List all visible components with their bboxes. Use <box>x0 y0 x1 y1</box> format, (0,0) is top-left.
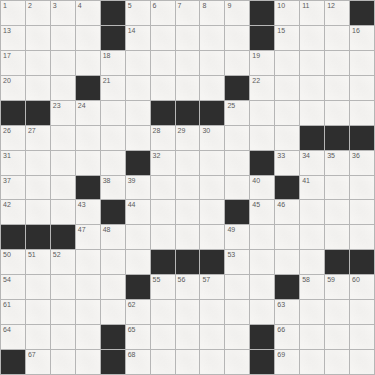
cell-r6c3[interactable] <box>76 151 100 175</box>
cell-r9c13[interactable] <box>325 225 349 249</box>
cell-r11c3[interactable] <box>76 275 100 299</box>
black-square-r9c1 <box>26 225 50 249</box>
black-square-r7c11 <box>275 176 299 200</box>
cell-r13c13[interactable] <box>325 325 349 349</box>
cell-r14c12[interactable] <box>300 350 324 374</box>
black-square-r5c12 <box>300 126 324 150</box>
cell-r2c6[interactable] <box>151 51 175 75</box>
cell-r11c0[interactable]: 54 <box>1 275 25 299</box>
cell-r8c10[interactable]: 45 <box>250 200 274 224</box>
clue-number: 58 <box>302 276 310 284</box>
cell-r3c6[interactable] <box>151 76 175 100</box>
clue-number: 69 <box>277 351 285 359</box>
cell-r7c0[interactable]: 37 <box>1 176 25 200</box>
cell-r12c9[interactable] <box>225 300 249 324</box>
cell-r11c12[interactable]: 58 <box>300 275 324 299</box>
cell-r13c6[interactable] <box>151 325 175 349</box>
cell-r13c8[interactable] <box>200 325 224 349</box>
cell-r1c1[interactable] <box>26 26 50 50</box>
cell-r4c5[interactable] <box>126 101 150 125</box>
clue-number: 32 <box>153 152 161 160</box>
cell-r0c7[interactable]: 7 <box>176 1 200 25</box>
black-square-r14c10 <box>250 350 274 374</box>
cell-r6c8[interactable] <box>200 151 224 175</box>
cell-r13c2[interactable] <box>51 325 75 349</box>
clue-number: 67 <box>28 351 36 359</box>
clue-number: 35 <box>327 152 335 160</box>
cell-r7c4[interactable]: 38 <box>101 176 125 200</box>
cell-r12c7[interactable] <box>176 300 200 324</box>
cell-r6c1[interactable] <box>26 151 50 175</box>
black-square-r10c14 <box>350 250 374 274</box>
cell-r9c11[interactable] <box>275 225 299 249</box>
cell-r0c12[interactable]: 11 <box>300 1 324 25</box>
clue-number: 61 <box>3 301 11 309</box>
black-square-r7c3 <box>76 176 100 200</box>
clue-number: 26 <box>3 127 11 135</box>
cell-r1c13[interactable] <box>325 26 349 50</box>
black-square-r8c4 <box>101 200 125 224</box>
clue-number: 65 <box>128 326 136 334</box>
black-square-r0c10 <box>250 1 274 25</box>
black-square-r11c5 <box>126 275 150 299</box>
cell-r4c2[interactable]: 23 <box>51 101 75 125</box>
clue-number: 53 <box>227 251 235 259</box>
clue-number: 1 <box>3 2 7 10</box>
clue-number: 33 <box>277 152 285 160</box>
cell-r2c7[interactable] <box>176 51 200 75</box>
cell-r9c9[interactable]: 49 <box>225 225 249 249</box>
clue-number: 62 <box>128 301 136 309</box>
cell-r10c12[interactable] <box>300 250 324 274</box>
clue-number: 37 <box>3 177 11 185</box>
cell-r12c0[interactable]: 61 <box>1 300 25 324</box>
clue-number: 60 <box>352 276 360 284</box>
cell-r3c13[interactable] <box>325 76 349 100</box>
cell-r3c12[interactable] <box>300 76 324 100</box>
black-square-r6c10 <box>250 151 274 175</box>
cell-r4c12[interactable] <box>300 101 324 125</box>
clue-number: 47 <box>78 226 86 234</box>
cell-r12c13[interactable] <box>325 300 349 324</box>
black-square-r1c10 <box>250 26 274 50</box>
cell-r4c10[interactable] <box>250 101 274 125</box>
black-square-r10c8 <box>200 250 224 274</box>
clue-number: 42 <box>3 201 11 209</box>
clue-number: 63 <box>277 301 285 309</box>
black-square-r3c9 <box>225 76 249 100</box>
cell-r2c14[interactable] <box>350 51 374 75</box>
clue-number: 39 <box>128 177 136 185</box>
cell-r11c10[interactable] <box>250 275 274 299</box>
clue-number: 24 <box>78 102 86 110</box>
cell-r4c11[interactable] <box>275 101 299 125</box>
black-square-r14c4 <box>101 350 125 374</box>
cell-r3c8[interactable] <box>200 76 224 100</box>
clue-number: 4 <box>78 2 82 10</box>
cell-r8c2[interactable] <box>51 200 75 224</box>
cell-r1c8[interactable] <box>200 26 224 50</box>
black-square-r0c14 <box>350 1 374 25</box>
cell-r14c14[interactable] <box>350 350 374 374</box>
cell-r3c10[interactable]: 22 <box>250 76 274 100</box>
cell-r6c6[interactable]: 32 <box>151 151 175 175</box>
cell-r6c4[interactable] <box>101 151 125 175</box>
black-square-r8c9 <box>225 200 249 224</box>
clue-number: 18 <box>103 52 111 60</box>
cell-r11c8[interactable]: 57 <box>200 275 224 299</box>
cell-r12c10[interactable] <box>250 300 274 324</box>
clue-number: 6 <box>153 2 157 10</box>
clue-number: 49 <box>227 226 235 234</box>
cell-r11c9[interactable] <box>225 275 249 299</box>
cell-r6c14[interactable]: 36 <box>350 151 374 175</box>
cell-r10c3[interactable] <box>76 250 100 274</box>
cell-r12c4[interactable] <box>101 300 125 324</box>
cell-r10c5[interactable] <box>126 250 150 274</box>
cell-r9c5[interactable] <box>126 225 150 249</box>
cell-r5c4[interactable] <box>101 126 125 150</box>
cell-r10c4[interactable] <box>101 250 125 274</box>
black-square-r13c10 <box>250 325 274 349</box>
cell-r13c5[interactable]: 65 <box>126 325 150 349</box>
cell-r0c6[interactable]: 6 <box>151 1 175 25</box>
cell-r8c5[interactable]: 44 <box>126 200 150 224</box>
cell-r2c10[interactable]: 19 <box>250 51 274 75</box>
cell-r9c6[interactable] <box>151 225 175 249</box>
cell-r9c8[interactable] <box>200 225 224 249</box>
cell-r14c6[interactable] <box>151 350 175 374</box>
cell-r4c13[interactable] <box>325 101 349 125</box>
clue-number: 55 <box>153 276 161 284</box>
cell-r14c2[interactable] <box>51 350 75 374</box>
cell-r10c10[interactable] <box>250 250 274 274</box>
clue-number: 52 <box>53 251 61 259</box>
black-square-r6c5 <box>126 151 150 175</box>
cell-r5c0[interactable]: 26 <box>1 126 25 150</box>
black-square-r10c7 <box>176 250 200 274</box>
cell-r14c11[interactable]: 69 <box>275 350 299 374</box>
cell-r13c12[interactable] <box>300 325 324 349</box>
clue-number: 28 <box>153 127 161 135</box>
cell-r12c3[interactable] <box>76 300 100 324</box>
cell-r0c0[interactable]: 1 <box>1 1 25 25</box>
cell-r2c3[interactable] <box>76 51 100 75</box>
clue-number: 45 <box>252 201 260 209</box>
cell-r6c13[interactable]: 35 <box>325 151 349 175</box>
cell-r4c9[interactable]: 25 <box>225 101 249 125</box>
cell-r1c5[interactable]: 14 <box>126 26 150 50</box>
clue-number: 5 <box>128 2 132 10</box>
cell-r8c13[interactable] <box>325 200 349 224</box>
cell-r9c3[interactable]: 47 <box>76 225 100 249</box>
cell-r10c11[interactable] <box>275 250 299 274</box>
black-square-r4c8 <box>200 101 224 125</box>
cell-r10c2[interactable]: 52 <box>51 250 75 274</box>
cell-r5c9[interactable] <box>225 126 249 150</box>
cell-r13c0[interactable]: 64 <box>1 325 25 349</box>
cell-r7c12[interactable]: 41 <box>300 176 324 200</box>
cell-r0c13[interactable]: 12 <box>325 1 349 25</box>
clue-number: 64 <box>3 326 11 334</box>
cell-r14c7[interactable] <box>176 350 200 374</box>
cell-r7c1[interactable] <box>26 176 50 200</box>
cell-r2c1[interactable] <box>26 51 50 75</box>
cell-r1c3[interactable] <box>76 26 100 50</box>
cell-r7c8[interactable] <box>200 176 224 200</box>
cell-r8c7[interactable] <box>176 200 200 224</box>
cell-r2c2[interactable] <box>51 51 75 75</box>
cell-r1c11[interactable]: 15 <box>275 26 299 50</box>
cell-r9c7[interactable] <box>176 225 200 249</box>
cell-r1c2[interactable] <box>51 26 75 50</box>
cell-r3c2[interactable] <box>51 76 75 100</box>
clue-number: 16 <box>352 27 360 35</box>
cell-r4c3[interactable]: 24 <box>76 101 100 125</box>
cell-r5c11[interactable] <box>275 126 299 150</box>
cell-r0c11[interactable]: 10 <box>275 1 299 25</box>
cell-r7c14[interactable] <box>350 176 374 200</box>
cell-r12c6[interactable] <box>151 300 175 324</box>
cell-r5c6[interactable]: 28 <box>151 126 175 150</box>
clue-number: 20 <box>3 77 11 85</box>
clue-number: 59 <box>327 276 335 284</box>
cell-r14c3[interactable] <box>76 350 100 374</box>
cell-r5c10[interactable] <box>250 126 274 150</box>
cell-r9c4[interactable]: 48 <box>101 225 125 249</box>
black-square-r5c13 <box>325 126 349 150</box>
clue-number: 56 <box>178 276 186 284</box>
clue-number: 27 <box>28 127 36 135</box>
cell-r5c2[interactable] <box>51 126 75 150</box>
cell-r4c14[interactable] <box>350 101 374 125</box>
black-square-r10c13 <box>325 250 349 274</box>
cell-r9c10[interactable] <box>250 225 274 249</box>
cell-r3c4[interactable]: 21 <box>101 76 125 100</box>
cell-r13c11[interactable]: 66 <box>275 325 299 349</box>
cell-r6c9[interactable] <box>225 151 249 175</box>
clue-number: 38 <box>103 177 111 185</box>
clue-number: 46 <box>277 201 285 209</box>
black-square-r10c6 <box>151 250 175 274</box>
cell-r12c2[interactable] <box>51 300 75 324</box>
cell-r0c5[interactable]: 5 <box>126 1 150 25</box>
cell-r2c0[interactable]: 17 <box>1 51 25 75</box>
clue-number: 31 <box>3 152 11 160</box>
cell-r10c0[interactable]: 50 <box>1 250 25 274</box>
cell-r1c12[interactable] <box>300 26 324 50</box>
black-square-r13c4 <box>101 325 125 349</box>
cell-r7c2[interactable] <box>51 176 75 200</box>
clue-number: 22 <box>252 77 260 85</box>
cell-r0c2[interactable]: 3 <box>51 1 75 25</box>
cell-r1c6[interactable] <box>151 26 175 50</box>
cell-r7c9[interactable] <box>225 176 249 200</box>
cell-r6c2[interactable] <box>51 151 75 175</box>
cell-r0c9[interactable]: 9 <box>225 1 249 25</box>
cell-r14c13[interactable] <box>325 350 349 374</box>
cell-r8c3[interactable]: 43 <box>76 200 100 224</box>
cell-r2c9[interactable] <box>225 51 249 75</box>
black-square-r5c14 <box>350 126 374 150</box>
cell-r13c14[interactable] <box>350 325 374 349</box>
cell-r7c13[interactable] <box>325 176 349 200</box>
clue-number: 8 <box>202 2 206 10</box>
cell-r14c1[interactable]: 67 <box>26 350 50 374</box>
black-square-r9c0 <box>1 225 25 249</box>
clue-number: 30 <box>202 127 210 135</box>
cell-r2c8[interactable] <box>200 51 224 75</box>
cell-r7c5[interactable]: 39 <box>126 176 150 200</box>
cell-r1c14[interactable]: 16 <box>350 26 374 50</box>
cell-r9c12[interactable] <box>300 225 324 249</box>
cell-r12c1[interactable] <box>26 300 50 324</box>
clue-number: 17 <box>3 52 11 60</box>
crossword-board: 1234567891011121314151617181920212223242… <box>0 0 375 375</box>
clue-number: 14 <box>128 27 136 35</box>
cell-r0c8[interactable]: 8 <box>200 1 224 25</box>
clue-number: 23 <box>53 102 61 110</box>
cell-r5c7[interactable]: 29 <box>176 126 200 150</box>
clue-number: 66 <box>277 326 285 334</box>
clue-number: 12 <box>327 2 335 10</box>
cell-r4c4[interactable] <box>101 101 125 125</box>
cell-r8c14[interactable] <box>350 200 374 224</box>
cell-r11c4[interactable] <box>101 275 125 299</box>
cell-r6c11[interactable]: 33 <box>275 151 299 175</box>
cell-r3c5[interactable] <box>126 76 150 100</box>
cell-r11c6[interactable]: 55 <box>151 275 175 299</box>
cell-r3c0[interactable]: 20 <box>1 76 25 100</box>
black-square-r0c4 <box>101 1 125 25</box>
cell-r6c0[interactable]: 31 <box>1 151 25 175</box>
cell-r7c10[interactable]: 40 <box>250 176 274 200</box>
clue-number: 2 <box>28 2 32 10</box>
cell-r11c2[interactable] <box>51 275 75 299</box>
black-square-r4c0 <box>1 101 25 125</box>
cell-r11c14[interactable]: 60 <box>350 275 374 299</box>
cell-r12c14[interactable] <box>350 300 374 324</box>
black-square-r4c7 <box>176 101 200 125</box>
cell-r11c7[interactable]: 56 <box>176 275 200 299</box>
clue-number: 7 <box>178 2 182 10</box>
cell-r3c7[interactable] <box>176 76 200 100</box>
cell-r6c7[interactable] <box>176 151 200 175</box>
cell-r3c11[interactable] <box>275 76 299 100</box>
black-square-r9c2 <box>51 225 75 249</box>
clue-number: 41 <box>302 177 310 185</box>
cell-r13c7[interactable] <box>176 325 200 349</box>
clue-number: 29 <box>178 127 186 135</box>
cell-r14c9[interactable] <box>225 350 249 374</box>
cell-r5c8[interactable]: 30 <box>200 126 224 150</box>
clue-number: 9 <box>227 2 231 10</box>
cell-r2c4[interactable]: 18 <box>101 51 125 75</box>
clue-number: 54 <box>3 276 11 284</box>
cell-r8c0[interactable]: 42 <box>1 200 25 224</box>
clue-number: 19 <box>252 52 260 60</box>
clue-number: 21 <box>103 77 111 85</box>
cell-r13c1[interactable] <box>26 325 50 349</box>
clue-number: 25 <box>227 102 235 110</box>
cell-r14c5[interactable]: 68 <box>126 350 150 374</box>
clue-number: 3 <box>53 2 57 10</box>
cell-r10c9[interactable]: 53 <box>225 250 249 274</box>
cell-r7c7[interactable] <box>176 176 200 200</box>
cell-r2c11[interactable] <box>275 51 299 75</box>
cell-r3c14[interactable] <box>350 76 374 100</box>
cell-r2c5[interactable] <box>126 51 150 75</box>
cell-r11c13[interactable]: 59 <box>325 275 349 299</box>
black-square-r11c11 <box>275 275 299 299</box>
cell-r5c1[interactable]: 27 <box>26 126 50 150</box>
cell-r6c12[interactable]: 34 <box>300 151 324 175</box>
cell-r12c8[interactable] <box>200 300 224 324</box>
clue-number: 36 <box>352 152 360 160</box>
cell-r11c1[interactable] <box>26 275 50 299</box>
cell-r8c12[interactable] <box>300 200 324 224</box>
black-square-r14c0 <box>1 350 25 374</box>
black-square-r3c3 <box>76 76 100 100</box>
black-square-r4c6 <box>151 101 175 125</box>
cell-r9c14[interactable] <box>350 225 374 249</box>
cell-r1c0[interactable]: 13 <box>1 26 25 50</box>
cell-r5c5[interactable] <box>126 126 150 150</box>
cell-r10c1[interactable]: 51 <box>26 250 50 274</box>
cell-r5c3[interactable] <box>76 126 100 150</box>
cell-r8c11[interactable]: 46 <box>275 200 299 224</box>
clue-number: 10 <box>277 2 285 10</box>
clue-number: 57 <box>202 276 210 284</box>
black-square-r4c1 <box>26 101 50 125</box>
clue-number: 15 <box>277 27 285 35</box>
cell-r14c8[interactable] <box>200 350 224 374</box>
black-square-r1c4 <box>101 26 125 50</box>
cell-r0c1[interactable]: 2 <box>26 1 50 25</box>
cell-r12c11[interactable]: 63 <box>275 300 299 324</box>
cell-r12c12[interactable] <box>300 300 324 324</box>
clue-number: 50 <box>3 251 11 259</box>
cell-r8c8[interactable] <box>200 200 224 224</box>
clue-number: 11 <box>302 2 309 10</box>
clue-number: 40 <box>252 177 260 185</box>
clue-number: 34 <box>302 152 310 160</box>
cell-r0c3[interactable]: 4 <box>76 1 100 25</box>
cell-r7c6[interactable] <box>151 176 175 200</box>
clue-number: 51 <box>28 251 36 259</box>
clue-number: 43 <box>78 201 86 209</box>
clue-number: 44 <box>128 201 136 209</box>
cell-r1c9[interactable] <box>225 26 249 50</box>
cell-r8c1[interactable] <box>26 200 50 224</box>
cell-r12c5[interactable]: 62 <box>126 300 150 324</box>
cell-r2c13[interactable] <box>325 51 349 75</box>
cell-r13c3[interactable] <box>76 325 100 349</box>
cell-r8c6[interactable] <box>151 200 175 224</box>
cell-r2c12[interactable] <box>300 51 324 75</box>
clue-number: 13 <box>3 27 11 35</box>
clue-number: 68 <box>128 351 136 359</box>
cell-r1c7[interactable] <box>176 26 200 50</box>
clue-number: 48 <box>103 226 111 234</box>
cell-r3c1[interactable] <box>26 76 50 100</box>
cell-r13c9[interactable] <box>225 325 249 349</box>
